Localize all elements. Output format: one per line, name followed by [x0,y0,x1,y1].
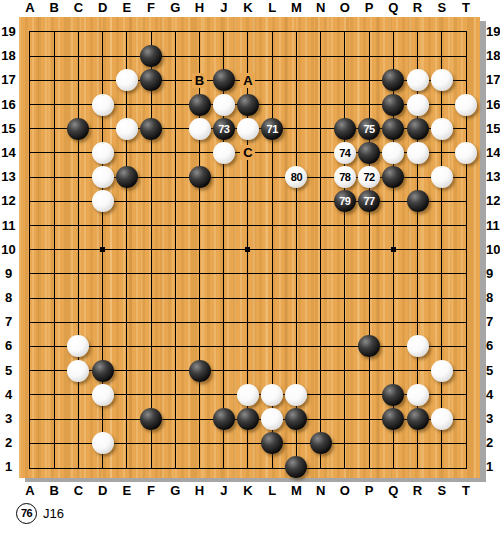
coord-label-top: F [140,1,162,15]
white-stone-R17 [407,69,429,91]
coord-label-left: 12 [0,194,17,208]
point-label-A: A [240,73,255,88]
coord-label-bottom: C [67,484,89,498]
star-point [391,247,396,252]
black-stone-R15 [407,118,429,140]
white-stone-M13: 80 [285,166,307,188]
coord-label-left: 4 [0,388,17,402]
white-stone-T16 [455,94,477,116]
coord-label-top: A [19,1,41,15]
move-number-label: 77 [358,190,380,212]
white-stone-S5 [431,360,453,382]
coord-label-bottom: T [455,484,477,498]
coord-label-left: 10 [0,243,17,257]
coord-label-top: G [164,1,186,15]
coord-label-right: 15 [486,122,500,136]
black-stone-R3 [407,408,429,430]
coord-label-left: 8 [0,291,17,305]
white-stone-R4 [407,384,429,406]
black-stone-L15: 71 [261,118,283,140]
move-number-label: 71 [261,118,283,140]
caption: 76 J16 [16,501,64,525]
coord-label-top: D [92,1,114,15]
move-number-label: 73 [213,118,235,140]
white-stone-S15 [431,118,453,140]
coord-label-left: 3 [0,412,17,426]
go-board-diagram: 76 J16 AABBCCDDEEFFGGHHJJKKLLMMNNOOPPQQR… [0,0,500,537]
white-stone-R14 [407,142,429,164]
white-stone-S3 [431,408,453,430]
coord-label-bottom: J [213,484,235,498]
coord-label-bottom: A [19,484,41,498]
black-stone-Q16 [382,94,404,116]
white-stone-L4 [261,384,283,406]
white-stone-O13: 78 [334,166,356,188]
star-point [245,247,250,252]
coord-label-top: M [285,1,307,15]
white-stone-J16 [213,94,235,116]
coord-label-top: Q [382,1,404,15]
black-stone-K3 [237,408,259,430]
coord-label-left: 9 [0,267,17,281]
coord-label-bottom: F [140,484,162,498]
coord-label-left: 17 [0,73,17,87]
coord-label-right: 4 [486,388,500,402]
black-stone-P12: 77 [358,190,380,212]
coord-label-right: 12 [486,194,500,208]
white-stone-D16 [92,94,114,116]
coord-label-top: C [67,1,89,15]
coord-label-right: 5 [486,364,500,378]
black-stone-K16 [237,94,259,116]
white-stone-P13: 72 [358,166,380,188]
black-stone-F3 [140,408,162,430]
black-stone-P15: 75 [358,118,380,140]
black-stone-O15 [334,118,356,140]
coord-label-right: 13 [486,170,500,184]
coord-label-top: R [407,1,429,15]
white-stone-D4 [92,384,114,406]
coord-label-right: 6 [486,339,500,353]
coord-label-left: 18 [0,49,17,63]
coord-label-bottom: K [237,484,259,498]
coord-label-bottom: D [92,484,114,498]
black-stone-H5 [189,360,211,382]
coord-label-bottom: E [116,484,138,498]
black-stone-J15: 73 [213,118,235,140]
coord-label-left: 6 [0,339,17,353]
coord-label-top: N [310,1,332,15]
coord-label-right: 9 [486,267,500,281]
coord-label-right: 11 [486,219,500,233]
coord-label-left: 2 [0,436,17,450]
black-stone-D5 [92,360,114,382]
coord-label-left: 19 [0,25,17,39]
white-stone-J14 [213,142,235,164]
black-stone-P14 [358,142,380,164]
white-stone-S13 [431,166,453,188]
caption-move-point: J16 [43,506,64,521]
coord-label-top: T [455,1,477,15]
coord-label-right: 14 [486,146,500,160]
point-label-B: B [192,73,207,88]
coord-label-top: J [213,1,235,15]
white-stone-H15 [189,118,211,140]
coord-label-bottom: P [358,484,380,498]
black-stone-H16 [189,94,211,116]
move-number-label: 72 [358,166,380,188]
coord-label-left: 11 [0,219,17,233]
coord-label-bottom: B [43,484,65,498]
white-stone-R16 [407,94,429,116]
coord-label-right: 3 [486,412,500,426]
move-number-label: 79 [334,190,356,212]
coord-label-top: H [189,1,211,15]
coord-label-bottom: N [310,484,332,498]
coord-label-right: 17 [486,73,500,87]
move-number-label: 78 [334,166,356,188]
coord-label-top: B [43,1,65,15]
coord-label-top: O [334,1,356,15]
coord-label-top: P [358,1,380,15]
white-stone-E15 [116,118,138,140]
coord-label-bottom: Q [382,484,404,498]
point-label-C: C [240,145,255,160]
black-stone-Q4 [382,384,404,406]
coord-label-bottom: G [164,484,186,498]
black-stone-N2 [310,432,332,454]
coord-label-left: 13 [0,170,17,184]
coord-label-right: 7 [486,315,500,329]
coord-label-right: 10 [486,243,500,257]
coord-label-bottom: H [189,484,211,498]
coord-label-right: 8 [486,291,500,305]
coord-label-bottom: O [334,484,356,498]
coord-label-right: 1 [486,460,500,474]
coord-label-left: 7 [0,315,17,329]
coord-label-right: 16 [486,98,500,112]
coord-label-right: 19 [486,25,500,39]
coord-label-bottom: L [261,484,283,498]
move-number-label: 80 [285,166,307,188]
coord-label-top: L [261,1,283,15]
white-stone-D12 [92,190,114,212]
coord-label-left: 1 [0,460,17,474]
coord-label-left: 14 [0,146,17,160]
coord-label-right: 18 [486,49,500,63]
white-stone-K15 [237,118,259,140]
coord-label-right: 2 [486,436,500,450]
black-stone-Q15 [382,118,404,140]
black-stone-O12: 79 [334,190,356,212]
move-number-label: 74 [334,142,356,164]
coord-label-bottom: S [431,484,453,498]
black-stone-F15 [140,118,162,140]
star-point [100,247,105,252]
white-stone-C5 [67,360,89,382]
white-stone-K4 [237,384,259,406]
coord-label-top: S [431,1,453,15]
white-stone-S17 [431,69,453,91]
white-stone-T14 [455,142,477,164]
coord-label-top: E [116,1,138,15]
coord-label-top: K [237,1,259,15]
black-stone-J3 [213,408,235,430]
black-stone-H13 [189,166,211,188]
white-stone-R6 [407,335,429,357]
black-stone-J17 [213,69,235,91]
move-number-label: 75 [358,118,380,140]
white-stone-D2 [92,432,114,454]
caption-move-number: 76 [21,507,32,519]
white-stone-D13 [92,166,114,188]
caption-white-stone-icon: 76 [16,503,37,524]
white-stone-O14: 74 [334,142,356,164]
white-stone-D14 [92,142,114,164]
coord-label-left: 5 [0,364,17,378]
black-stone-R12 [407,190,429,212]
coord-label-left: 15 [0,122,17,136]
coord-label-left: 16 [0,98,17,112]
coord-label-bottom: R [407,484,429,498]
black-stone-E13 [116,166,138,188]
coord-label-bottom: M [285,484,307,498]
